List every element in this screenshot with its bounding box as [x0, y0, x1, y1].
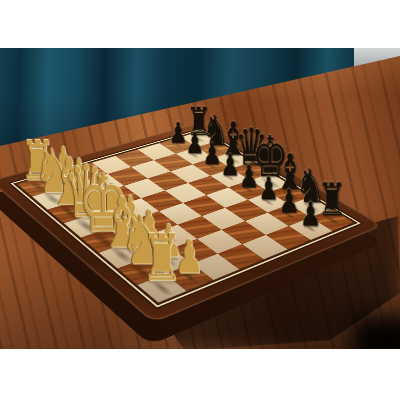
pawn-glyph: ♟ [279, 185, 300, 217]
pawn-glyph: ♟ [202, 139, 221, 169]
pawn-glyph: ♟ [220, 150, 240, 180]
square-e5[interactable] [183, 195, 225, 216]
pawn-glyph: ♟ [239, 161, 259, 192]
square-h1[interactable]: ♜ [138, 274, 187, 302]
corner-shadow [352, 316, 400, 349]
rook-glyph: ♜ [318, 177, 347, 222]
rook-glyph: ♜ [141, 226, 182, 290]
board-scene: ♜♞♝♛♚♝♞♜♟♟♟♟♟♟♟♟♟♟♟♟♟♟♟♟♜♞♝♛♚♝♞♜ [43, 63, 323, 343]
pawn-glyph: ♟ [258, 173, 278, 205]
photo-scene: ♜♞♝♛♚♝♞♜♟♟♟♟♟♟♟♟♟♟♟♟♟♟♟♟♜♞♝♛♚♝♞♜ [0, 48, 400, 349]
pawn-glyph: ♟ [300, 198, 321, 231]
pawn-glyph: ♟ [185, 129, 204, 158]
